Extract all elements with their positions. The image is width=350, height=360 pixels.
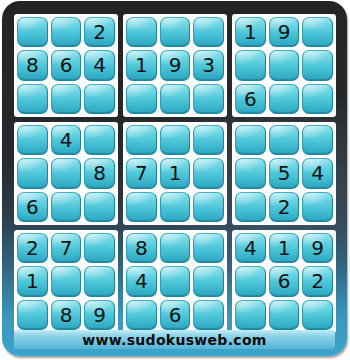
- given-digit: 4: [135, 271, 148, 291]
- given-digit: 3: [202, 55, 215, 75]
- cell-r8c2[interactable]: [51, 266, 82, 296]
- cell-r2c1[interactable]: 8: [17, 50, 48, 80]
- cell-r5c9[interactable]: 4: [302, 158, 333, 188]
- given-digit: 6: [60, 55, 73, 75]
- cell-r8c3[interactable]: [84, 266, 115, 296]
- cell-r1c6[interactable]: [193, 17, 224, 47]
- cell-r4c3[interactable]: [84, 125, 115, 155]
- cell-r3c7[interactable]: 6: [235, 84, 266, 114]
- given-digit: 7: [135, 163, 148, 183]
- given-digit: 2: [93, 22, 106, 42]
- cell-r7c6[interactable]: [193, 233, 224, 263]
- cell-r2c3[interactable]: 4: [84, 50, 115, 80]
- given-digit: 2: [278, 197, 291, 217]
- sudoku-board: 2864193196486715422718984641962: [14, 14, 336, 333]
- cell-r9c8[interactable]: [269, 300, 300, 330]
- cell-r4c7[interactable]: [235, 125, 266, 155]
- cell-r4c2[interactable]: 4: [51, 125, 82, 155]
- cell-r4c1[interactable]: [17, 125, 48, 155]
- cell-r5c4[interactable]: 7: [126, 158, 157, 188]
- block-2-2: 71: [123, 122, 227, 225]
- given-digit: 9: [169, 55, 182, 75]
- given-digit: 1: [244, 22, 257, 42]
- cell-r4c6[interactable]: [193, 125, 224, 155]
- given-digit: 6: [278, 271, 291, 291]
- cell-r3c2[interactable]: [51, 84, 82, 114]
- cell-r2c8[interactable]: [269, 50, 300, 80]
- cell-r3c9[interactable]: [302, 84, 333, 114]
- cell-r3c8[interactable]: [269, 84, 300, 114]
- cell-r1c9[interactable]: [302, 17, 333, 47]
- cell-r1c2[interactable]: [51, 17, 82, 47]
- given-digit: 6: [169, 305, 182, 325]
- cell-r7c1[interactable]: 2: [17, 233, 48, 263]
- cell-r8c1[interactable]: 1: [17, 266, 48, 296]
- given-digit: 8: [93, 163, 106, 183]
- cell-r2c4[interactable]: 1: [126, 50, 157, 80]
- cell-r2c7[interactable]: [235, 50, 266, 80]
- cell-r1c1[interactable]: [17, 17, 48, 47]
- website-url: www.sudokusweb.com: [82, 332, 266, 348]
- cell-r4c5[interactable]: [160, 125, 191, 155]
- given-digit: 9: [311, 238, 324, 258]
- cell-r4c4[interactable]: [126, 125, 157, 155]
- given-digit: 1: [135, 55, 148, 75]
- cell-r2c2[interactable]: 6: [51, 50, 82, 80]
- footer-bar: www.sudokusweb.com: [14, 330, 335, 349]
- given-digit: 6: [244, 89, 257, 109]
- cell-r6c2[interactable]: [51, 192, 82, 222]
- cell-r9c5[interactable]: 6: [160, 300, 191, 330]
- cell-r7c8[interactable]: 1: [269, 233, 300, 263]
- cell-r3c5[interactable]: [160, 84, 191, 114]
- cell-r7c4[interactable]: 8: [126, 233, 157, 263]
- cell-r9c4[interactable]: [126, 300, 157, 330]
- cell-r9c1[interactable]: [17, 300, 48, 330]
- given-digit: 1: [278, 238, 291, 258]
- cell-r8c4[interactable]: 4: [126, 266, 157, 296]
- cell-r2c5[interactable]: 9: [160, 50, 191, 80]
- block-2-1: 486: [14, 122, 118, 225]
- cell-r9c7[interactable]: [235, 300, 266, 330]
- given-digit: 4: [244, 238, 257, 258]
- cell-r7c3[interactable]: [84, 233, 115, 263]
- given-digit: 5: [278, 163, 291, 183]
- cell-r6c7[interactable]: [235, 192, 266, 222]
- cell-r8c7[interactable]: [235, 266, 266, 296]
- cell-r6c9[interactable]: [302, 192, 333, 222]
- block-2-3: 542: [232, 122, 336, 225]
- cell-r8c8[interactable]: 6: [269, 266, 300, 296]
- cell-r5c2[interactable]: [51, 158, 82, 188]
- cell-r5c5[interactable]: 1: [160, 158, 191, 188]
- cell-r7c9[interactable]: 9: [302, 233, 333, 263]
- cell-r2c9[interactable]: [302, 50, 333, 80]
- cell-r1c7[interactable]: 1: [235, 17, 266, 47]
- block-1-1: 2864: [14, 14, 118, 117]
- cell-r3c6[interactable]: [193, 84, 224, 114]
- cell-r2c6[interactable]: 3: [193, 50, 224, 80]
- cell-r8c6[interactable]: [193, 266, 224, 296]
- cell-r4c9[interactable]: [302, 125, 333, 155]
- cell-r9c9[interactable]: [302, 300, 333, 330]
- given-digit: 8: [60, 305, 73, 325]
- cell-r5c1[interactable]: [17, 158, 48, 188]
- cell-r7c5[interactable]: [160, 233, 191, 263]
- cell-r5c3[interactable]: 8: [84, 158, 115, 188]
- cell-r9c6[interactable]: [193, 300, 224, 330]
- cell-r8c9[interactable]: 2: [302, 266, 333, 296]
- cell-r7c7[interactable]: 4: [235, 233, 266, 263]
- cell-r5c6[interactable]: [193, 158, 224, 188]
- cell-r7c2[interactable]: 7: [51, 233, 82, 263]
- block-3-1: 27189: [14, 230, 118, 333]
- given-digit: 1: [26, 271, 39, 291]
- cell-r6c5[interactable]: [160, 192, 191, 222]
- given-digit: 9: [93, 305, 106, 325]
- block-3-3: 41962: [232, 230, 336, 333]
- cell-r6c1[interactable]: 6: [17, 192, 48, 222]
- given-digit: 2: [311, 271, 324, 291]
- given-digit: 2: [26, 238, 39, 258]
- cell-r1c5[interactable]: [160, 17, 191, 47]
- cell-r5c8[interactable]: 5: [269, 158, 300, 188]
- block-1-2: 193: [123, 14, 227, 117]
- cell-r1c8[interactable]: 9: [269, 17, 300, 47]
- cell-r5c7[interactable]: [235, 158, 266, 188]
- cell-r8c5[interactable]: [160, 266, 191, 296]
- cell-r3c4[interactable]: [126, 84, 157, 114]
- given-digit: 8: [26, 55, 39, 75]
- given-digit: 4: [93, 55, 106, 75]
- cell-r3c1[interactable]: [17, 84, 48, 114]
- sudoku-board-frame: 2864193196486715422718984641962 www.sudo…: [2, 1, 347, 356]
- given-digit: 4: [311, 163, 324, 183]
- cell-r6c6[interactable]: [193, 192, 224, 222]
- page: 2864193196486715422718984641962 www.sudo…: [0, 0, 350, 360]
- given-digit: 1: [169, 163, 182, 183]
- cell-r9c2[interactable]: 8: [51, 300, 82, 330]
- given-digit: 9: [278, 22, 291, 42]
- cell-r3c3[interactable]: [84, 84, 115, 114]
- given-digit: 8: [135, 238, 148, 258]
- block-3-2: 846: [123, 230, 227, 333]
- given-digit: 6: [26, 197, 39, 217]
- cell-r6c3[interactable]: [84, 192, 115, 222]
- cell-r1c3[interactable]: 2: [84, 17, 115, 47]
- given-digit: 4: [60, 130, 73, 150]
- block-1-3: 196: [232, 14, 336, 117]
- cell-r1c4[interactable]: [126, 17, 157, 47]
- given-digit: 7: [60, 238, 73, 258]
- cell-r4c8[interactable]: [269, 125, 300, 155]
- cell-r6c8[interactable]: 2: [269, 192, 300, 222]
- cell-r6c4[interactable]: [126, 192, 157, 222]
- cell-r9c3[interactable]: 9: [84, 300, 115, 330]
